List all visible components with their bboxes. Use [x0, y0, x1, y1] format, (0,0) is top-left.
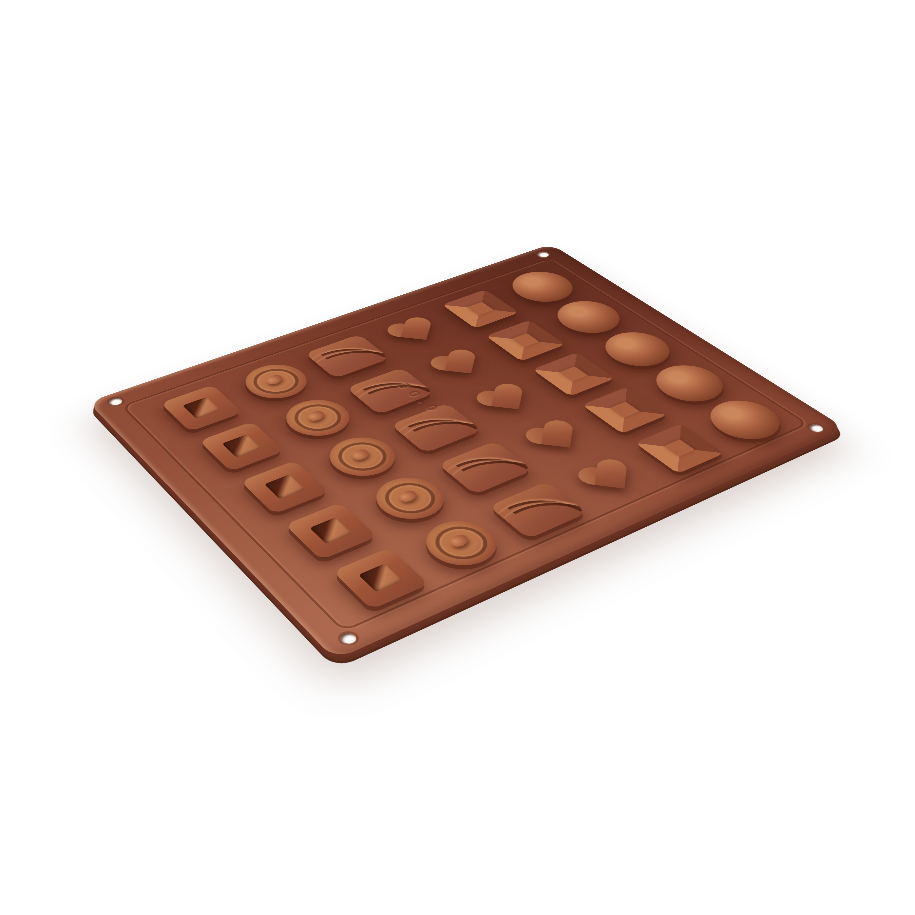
photo-background: 30.0 — [0, 0, 915, 915]
cavity-grid — [88, 244, 845, 660]
heart-shape — [571, 456, 650, 501]
heart-shape — [470, 381, 543, 420]
heart-shape — [424, 347, 495, 384]
square-shape — [333, 547, 429, 609]
heart-shape — [381, 315, 449, 350]
heart-shape — [519, 417, 595, 459]
silicone-mold: 30.0 — [88, 244, 845, 660]
